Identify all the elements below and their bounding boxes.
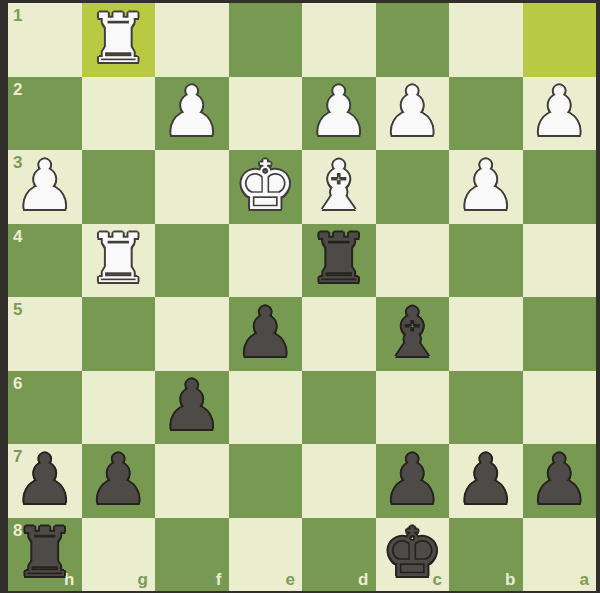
file-label-f: f bbox=[216, 571, 222, 588]
square-b4[interactable] bbox=[449, 224, 523, 298]
square-a8[interactable]: a bbox=[523, 518, 597, 592]
black-pawn[interactable]: ♟ bbox=[235, 299, 296, 367]
square-c3[interactable] bbox=[376, 150, 450, 224]
square-c5[interactable]: ♝ bbox=[376, 297, 450, 371]
file-label-e: e bbox=[286, 571, 295, 588]
square-e1[interactable] bbox=[229, 3, 303, 77]
square-g2[interactable] bbox=[82, 77, 156, 151]
square-c7[interactable]: ♟ bbox=[376, 444, 450, 518]
black-bishop[interactable]: ♝ bbox=[382, 299, 443, 367]
square-a3[interactable] bbox=[523, 150, 597, 224]
white-pawn[interactable]: ♟ bbox=[308, 78, 369, 146]
square-d4[interactable]: ♜ bbox=[302, 224, 376, 298]
white-rook[interactable]: ♜ bbox=[88, 5, 149, 73]
black-pawn[interactable]: ♟ bbox=[88, 446, 149, 514]
black-pawn[interactable]: ♟ bbox=[455, 446, 516, 514]
square-h2[interactable]: 2 bbox=[8, 77, 82, 151]
square-e7[interactable] bbox=[229, 444, 303, 518]
board-stage: 1♜2♟♟♟♟3♟♚♝♟4♜♜5♟♝6♟7♟♟♟♟♟8h♜gfedc♚ba bbox=[0, 0, 600, 593]
square-b6[interactable] bbox=[449, 371, 523, 445]
white-pawn[interactable]: ♟ bbox=[529, 78, 590, 146]
square-d3[interactable]: ♝ bbox=[302, 150, 376, 224]
square-h6[interactable]: 6 bbox=[8, 371, 82, 445]
square-c6[interactable] bbox=[376, 371, 450, 445]
square-h5[interactable]: 5 bbox=[8, 297, 82, 371]
square-e3[interactable]: ♚ bbox=[229, 150, 303, 224]
square-e8[interactable]: e bbox=[229, 518, 303, 592]
rank-label-4: 4 bbox=[13, 228, 22, 245]
square-a1[interactable] bbox=[523, 3, 597, 77]
square-b7[interactable]: ♟ bbox=[449, 444, 523, 518]
square-e6[interactable] bbox=[229, 371, 303, 445]
square-h4[interactable]: 4 bbox=[8, 224, 82, 298]
white-rook[interactable]: ♜ bbox=[88, 225, 149, 293]
square-a6[interactable] bbox=[523, 371, 597, 445]
square-g6[interactable] bbox=[82, 371, 156, 445]
black-rook[interactable]: ♜ bbox=[308, 225, 369, 293]
white-bishop[interactable]: ♝ bbox=[308, 152, 369, 220]
file-label-d: d bbox=[358, 571, 368, 588]
square-a4[interactable] bbox=[523, 224, 597, 298]
square-f7[interactable] bbox=[155, 444, 229, 518]
white-pawn[interactable]: ♟ bbox=[455, 152, 516, 220]
square-e2[interactable] bbox=[229, 77, 303, 151]
square-b5[interactable] bbox=[449, 297, 523, 371]
square-d2[interactable]: ♟ bbox=[302, 77, 376, 151]
square-g4[interactable]: ♜ bbox=[82, 224, 156, 298]
black-pawn[interactable]: ♟ bbox=[161, 372, 222, 440]
square-g3[interactable] bbox=[82, 150, 156, 224]
square-b1[interactable] bbox=[449, 3, 523, 77]
black-king[interactable]: ♚ bbox=[382, 519, 443, 587]
square-f4[interactable] bbox=[155, 224, 229, 298]
square-b3[interactable]: ♟ bbox=[449, 150, 523, 224]
file-label-a: a bbox=[580, 571, 589, 588]
square-g5[interactable] bbox=[82, 297, 156, 371]
rank-label-5: 5 bbox=[13, 301, 22, 318]
square-g7[interactable]: ♟ bbox=[82, 444, 156, 518]
square-h3[interactable]: 3♟ bbox=[8, 150, 82, 224]
white-pawn[interactable]: ♟ bbox=[382, 78, 443, 146]
chess-board: 1♜2♟♟♟♟3♟♚♝♟4♜♜5♟♝6♟7♟♟♟♟♟8h♜gfedc♚ba bbox=[8, 3, 596, 591]
white-pawn[interactable]: ♟ bbox=[14, 152, 75, 220]
white-king[interactable]: ♚ bbox=[235, 152, 296, 220]
square-c8[interactable]: c♚ bbox=[376, 518, 450, 592]
file-label-g: g bbox=[138, 571, 148, 588]
square-d8[interactable]: d bbox=[302, 518, 376, 592]
square-b2[interactable] bbox=[449, 77, 523, 151]
black-pawn[interactable]: ♟ bbox=[14, 446, 75, 514]
square-c2[interactable]: ♟ bbox=[376, 77, 450, 151]
square-d6[interactable] bbox=[302, 371, 376, 445]
square-f1[interactable] bbox=[155, 3, 229, 77]
square-c4[interactable] bbox=[376, 224, 450, 298]
square-e5[interactable]: ♟ bbox=[229, 297, 303, 371]
rank-label-1: 1 bbox=[13, 7, 22, 24]
square-g8[interactable]: g bbox=[82, 518, 156, 592]
square-d1[interactable] bbox=[302, 3, 376, 77]
square-a5[interactable] bbox=[523, 297, 597, 371]
square-a2[interactable]: ♟ bbox=[523, 77, 597, 151]
file-label-b: b bbox=[505, 571, 515, 588]
square-f6[interactable]: ♟ bbox=[155, 371, 229, 445]
black-pawn[interactable]: ♟ bbox=[529, 446, 590, 514]
square-f8[interactable]: f bbox=[155, 518, 229, 592]
black-rook[interactable]: ♜ bbox=[14, 519, 75, 587]
square-a7[interactable]: ♟ bbox=[523, 444, 597, 518]
square-f3[interactable] bbox=[155, 150, 229, 224]
white-pawn[interactable]: ♟ bbox=[161, 78, 222, 146]
square-d5[interactable] bbox=[302, 297, 376, 371]
square-h8[interactable]: 8h♜ bbox=[8, 518, 82, 592]
rank-label-6: 6 bbox=[13, 375, 22, 392]
square-h1[interactable]: 1 bbox=[8, 3, 82, 77]
square-d7[interactable] bbox=[302, 444, 376, 518]
square-h7[interactable]: 7♟ bbox=[8, 444, 82, 518]
square-g1[interactable]: ♜ bbox=[82, 3, 156, 77]
rank-label-2: 2 bbox=[13, 81, 22, 98]
square-e4[interactable] bbox=[229, 224, 303, 298]
square-f5[interactable] bbox=[155, 297, 229, 371]
black-pawn[interactable]: ♟ bbox=[382, 446, 443, 514]
square-f2[interactable]: ♟ bbox=[155, 77, 229, 151]
square-c1[interactable] bbox=[376, 3, 450, 77]
square-b8[interactable]: b bbox=[449, 518, 523, 592]
